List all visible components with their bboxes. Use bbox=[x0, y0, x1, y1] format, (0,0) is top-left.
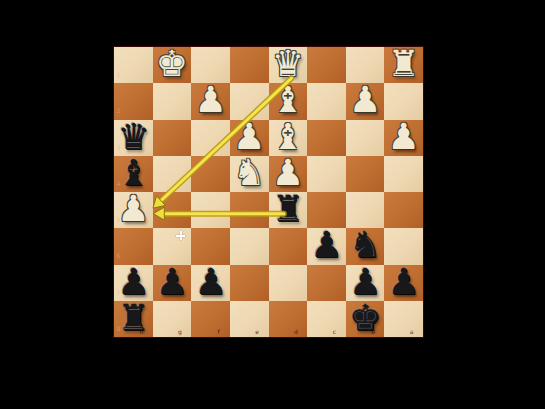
square-g6[interactable] bbox=[153, 228, 192, 264]
file-label-b: b bbox=[368, 328, 378, 336]
square-e8[interactable] bbox=[230, 301, 269, 337]
square-g2[interactable] bbox=[153, 83, 192, 119]
square-c6[interactable]: ♟ bbox=[307, 228, 346, 264]
piece-black-queen-h3[interactable]: ♛ bbox=[117, 119, 149, 155]
square-a7[interactable]: ♟ bbox=[384, 265, 423, 301]
square-f8[interactable] bbox=[191, 301, 230, 337]
square-e7[interactable] bbox=[230, 265, 269, 301]
square-c2[interactable] bbox=[307, 83, 346, 119]
square-g3[interactable] bbox=[153, 120, 192, 156]
rank-label-7: 7 bbox=[115, 288, 122, 295]
piece-black-pawn-c6[interactable]: ♟ bbox=[310, 227, 342, 263]
square-f2[interactable]: ♟ bbox=[191, 83, 230, 119]
square-h6[interactable] bbox=[114, 228, 153, 264]
square-d1[interactable]: ♛ bbox=[269, 47, 308, 83]
piece-white-pawn-h5[interactable]: ♟ bbox=[117, 191, 149, 227]
rank-label-4: 4 bbox=[115, 179, 122, 186]
square-a5[interactable] bbox=[384, 192, 423, 228]
piece-white-bishop-d2[interactable]: ♝ bbox=[272, 82, 304, 118]
board-frame: ♚♛♜♟♝♟♛♟♝♟♝♞♟♟♜♟♞♟♟♟♟♟♜♚ 12345678hgfedcb… bbox=[113, 46, 424, 338]
piece-white-pawn-b2[interactable]: ♟ bbox=[349, 82, 381, 118]
piece-white-knight-e4[interactable]: ♞ bbox=[233, 155, 265, 191]
file-label-e: e bbox=[252, 328, 262, 336]
piece-white-pawn-a3[interactable]: ♟ bbox=[388, 119, 420, 155]
square-e3[interactable]: ♟ bbox=[230, 120, 269, 156]
piece-white-bishop-d3[interactable]: ♝ bbox=[272, 119, 304, 155]
square-b4[interactable] bbox=[346, 156, 385, 192]
square-b7[interactable]: ♟ bbox=[346, 265, 385, 301]
square-b8[interactable]: ♚ bbox=[346, 301, 385, 337]
square-b2[interactable]: ♟ bbox=[346, 83, 385, 119]
square-d6[interactable] bbox=[269, 228, 308, 264]
square-h7[interactable]: ♟ bbox=[114, 265, 153, 301]
piece-black-rook-d5[interactable]: ♜ bbox=[272, 191, 304, 227]
square-g7[interactable]: ♟ bbox=[153, 265, 192, 301]
square-h8[interactable]: ♜ bbox=[114, 301, 153, 337]
piece-white-pawn-e3[interactable]: ♟ bbox=[233, 119, 265, 155]
square-a8[interactable] bbox=[384, 301, 423, 337]
square-g1[interactable]: ♚ bbox=[153, 47, 192, 83]
square-h3[interactable]: ♛ bbox=[114, 120, 153, 156]
square-b6[interactable]: ♞ bbox=[346, 228, 385, 264]
square-e1[interactable] bbox=[230, 47, 269, 83]
rank-label-5: 5 bbox=[115, 216, 122, 223]
square-f3[interactable] bbox=[191, 120, 230, 156]
file-label-a: a bbox=[407, 328, 417, 336]
square-c1[interactable] bbox=[307, 47, 346, 83]
square-a6[interactable] bbox=[384, 228, 423, 264]
square-f6[interactable] bbox=[191, 228, 230, 264]
square-b3[interactable] bbox=[346, 120, 385, 156]
piece-black-knight-b6[interactable]: ♞ bbox=[349, 227, 381, 263]
file-label-c: c bbox=[329, 328, 339, 336]
piece-black-pawn-f7[interactable]: ♟ bbox=[194, 264, 226, 300]
square-h2[interactable] bbox=[114, 83, 153, 119]
piece-white-queen-d1[interactable]: ♛ bbox=[272, 46, 304, 82]
square-g4[interactable] bbox=[153, 156, 192, 192]
square-h4[interactable]: ♝ bbox=[114, 156, 153, 192]
piece-black-pawn-h7[interactable]: ♟ bbox=[117, 264, 149, 300]
square-a1[interactable]: ♜ bbox=[384, 47, 423, 83]
piece-black-pawn-b7[interactable]: ♟ bbox=[349, 264, 381, 300]
square-e2[interactable] bbox=[230, 83, 269, 119]
square-c3[interactable] bbox=[307, 120, 346, 156]
square-e6[interactable] bbox=[230, 228, 269, 264]
piece-white-king-g1[interactable]: ♚ bbox=[156, 46, 188, 82]
piece-white-pawn-d4[interactable]: ♟ bbox=[272, 155, 304, 191]
square-d5[interactable]: ♜ bbox=[269, 192, 308, 228]
square-f5[interactable] bbox=[191, 192, 230, 228]
square-e5[interactable] bbox=[230, 192, 269, 228]
rank-label-6: 6 bbox=[115, 252, 122, 259]
square-c4[interactable] bbox=[307, 156, 346, 192]
square-a2[interactable] bbox=[384, 83, 423, 119]
square-e4[interactable]: ♞ bbox=[230, 156, 269, 192]
piece-black-pawn-a7[interactable]: ♟ bbox=[388, 264, 420, 300]
file-label-h: h bbox=[136, 328, 146, 336]
square-d8[interactable] bbox=[269, 301, 308, 337]
square-d2[interactable]: ♝ bbox=[269, 83, 308, 119]
square-c8[interactable] bbox=[307, 301, 346, 337]
rank-label-1: 1 bbox=[115, 71, 122, 78]
file-label-f: f bbox=[214, 328, 224, 336]
square-f1[interactable] bbox=[191, 47, 230, 83]
piece-black-pawn-g7[interactable]: ♟ bbox=[156, 264, 188, 300]
square-f4[interactable] bbox=[191, 156, 230, 192]
square-b1[interactable] bbox=[346, 47, 385, 83]
piece-white-rook-a1[interactable]: ♜ bbox=[388, 46, 420, 82]
square-a3[interactable]: ♟ bbox=[384, 120, 423, 156]
rank-label-2: 2 bbox=[115, 107, 122, 114]
square-a4[interactable] bbox=[384, 156, 423, 192]
file-label-d: d bbox=[291, 328, 301, 336]
square-h5[interactable]: ♟ bbox=[114, 192, 153, 228]
square-b5[interactable] bbox=[346, 192, 385, 228]
square-d3[interactable]: ♝ bbox=[269, 120, 308, 156]
rank-label-3: 3 bbox=[115, 143, 122, 150]
square-h1[interactable] bbox=[114, 47, 153, 83]
video-frame: ♚♛♜♟♝♟♛♟♝♟♝♞♟♟♜♟♞♟♟♟♟♟♜♚ 12345678hgfedcb… bbox=[0, 0, 545, 409]
square-d4[interactable]: ♟ bbox=[269, 156, 308, 192]
square-c7[interactable] bbox=[307, 265, 346, 301]
square-g5[interactable] bbox=[153, 192, 192, 228]
chess-board: ♚♛♜♟♝♟♛♟♝♟♝♞♟♟♜♟♞♟♟♟♟♟♜♚ bbox=[114, 47, 423, 337]
square-f7[interactable]: ♟ bbox=[191, 265, 230, 301]
file-label-g: g bbox=[175, 328, 185, 336]
square-d7[interactable] bbox=[269, 265, 308, 301]
piece-black-bishop-h4[interactable]: ♝ bbox=[117, 155, 149, 191]
rank-label-8: 8 bbox=[115, 324, 122, 331]
piece-white-pawn-f2[interactable]: ♟ bbox=[194, 82, 226, 118]
square-g8[interactable] bbox=[153, 301, 192, 337]
square-c5[interactable] bbox=[307, 192, 346, 228]
